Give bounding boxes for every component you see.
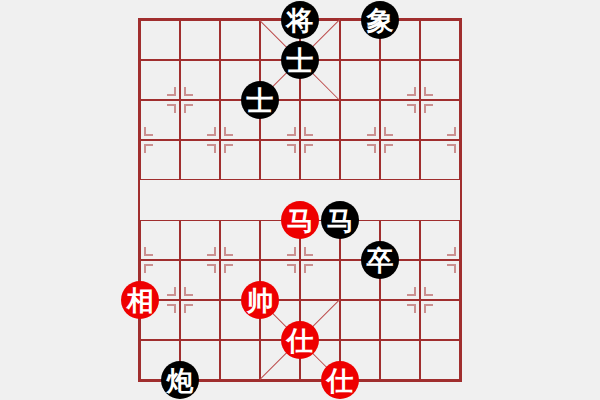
point-mark	[447, 144, 456, 153]
piece-black-general[interactable]: 将	[281, 1, 319, 39]
piece-red-advisor[interactable]: 仕	[281, 321, 319, 359]
board-cell	[420, 340, 460, 380]
piece-black-elephant[interactable]: 象	[361, 1, 399, 39]
point-mark	[304, 264, 313, 273]
point-mark	[287, 127, 296, 136]
point-mark	[287, 264, 296, 273]
piece-black-soldier[interactable]: 卒	[361, 241, 399, 279]
point-mark	[407, 304, 416, 313]
board-cell	[140, 20, 180, 60]
point-mark	[287, 247, 296, 256]
point-mark	[424, 287, 433, 296]
point-mark	[184, 287, 193, 296]
point-mark	[144, 127, 153, 136]
board-cell	[380, 340, 420, 380]
board-cell	[340, 60, 380, 100]
point-mark	[447, 247, 456, 256]
point-mark	[167, 104, 176, 113]
point-mark	[184, 104, 193, 113]
point-mark	[407, 104, 416, 113]
point-mark	[447, 264, 456, 273]
point-mark	[384, 144, 393, 153]
point-mark	[424, 304, 433, 313]
board-cell	[220, 340, 260, 380]
point-mark	[167, 287, 176, 296]
point-mark	[184, 87, 193, 96]
point-mark	[207, 127, 216, 136]
point-mark	[144, 144, 153, 153]
point-mark	[367, 144, 376, 153]
piece-red-general[interactable]: 帅	[241, 281, 279, 319]
board-cell	[340, 300, 380, 340]
piece-black-advisor[interactable]: 士	[241, 81, 279, 119]
point-mark	[207, 264, 216, 273]
piece-red-horse[interactable]: 马	[281, 201, 319, 239]
piece-red-elephant[interactable]: 相	[121, 281, 159, 319]
board-cell	[180, 20, 220, 60]
board-cell	[220, 20, 260, 60]
point-mark	[407, 87, 416, 96]
point-mark	[447, 127, 456, 136]
point-mark	[207, 247, 216, 256]
point-mark	[424, 87, 433, 96]
piece-black-cannon[interactable]: 炮	[161, 361, 199, 399]
piece-black-advisor[interactable]: 士	[281, 41, 319, 79]
piece-black-horse[interactable]: 马	[321, 201, 359, 239]
point-mark	[407, 287, 416, 296]
point-mark	[144, 247, 153, 256]
point-mark	[304, 127, 313, 136]
point-mark	[184, 304, 193, 313]
board-cell	[420, 20, 460, 60]
point-mark	[224, 264, 233, 273]
point-mark	[224, 144, 233, 153]
point-mark	[304, 144, 313, 153]
point-mark	[224, 127, 233, 136]
point-mark	[367, 127, 376, 136]
piece-red-advisor[interactable]: 仕	[321, 361, 359, 399]
xiangqi-diagram: 将象士士马马卒相帅仕炮仕	[0, 0, 600, 400]
point-mark	[167, 87, 176, 96]
point-mark	[144, 264, 153, 273]
point-mark	[384, 127, 393, 136]
point-mark	[207, 144, 216, 153]
point-mark	[304, 247, 313, 256]
point-mark	[167, 304, 176, 313]
point-mark	[287, 144, 296, 153]
point-mark	[424, 104, 433, 113]
point-mark	[224, 247, 233, 256]
